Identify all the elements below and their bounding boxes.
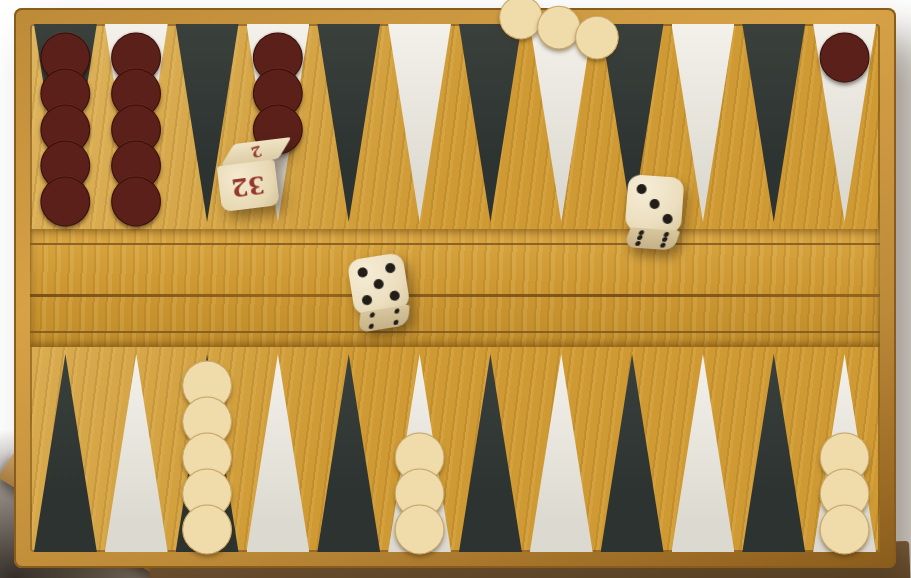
point-top-6[interactable] — [384, 24, 455, 229]
checker-stack — [384, 24, 455, 229]
checker-stack: ●●●●● — [30, 24, 101, 229]
checker-stack — [738, 24, 809, 229]
point-top-5[interactable] — [313, 24, 384, 229]
point-bottom-5[interactable] — [313, 347, 384, 552]
checker-stack: ● — [809, 24, 880, 229]
checker-stack — [668, 24, 739, 229]
doubling-cube[interactable]: 2 32 — [214, 138, 292, 212]
checker-stack: ●●● — [384, 347, 455, 552]
checker-stack — [455, 24, 526, 229]
checker-stack — [668, 347, 739, 552]
checker-stack — [313, 24, 384, 229]
checker-stack — [30, 347, 101, 552]
checker-stack — [313, 347, 384, 552]
point-bottom-2[interactable] — [101, 347, 172, 552]
point-top-7[interactable] — [455, 24, 526, 229]
point-top-1[interactable]: ●●●●● — [30, 24, 101, 229]
checker-stack — [455, 347, 526, 552]
point-top-12[interactable]: ● — [809, 24, 880, 229]
point-top-10[interactable] — [668, 24, 739, 229]
dark-checker[interactable]: ● — [110, 170, 162, 222]
hinge-bar — [30, 229, 880, 347]
cream-checker[interactable]: ● — [819, 498, 871, 550]
point-bottom-1[interactable] — [30, 347, 101, 552]
points-row-top: ●●●●●●●●●●●●●● — [30, 24, 880, 229]
point-bottom-3[interactable]: ●●●●● — [172, 347, 243, 552]
point-bottom-9[interactable] — [597, 347, 668, 552]
cream-checker[interactable]: ● — [574, 10, 620, 56]
checker-stack — [597, 347, 668, 552]
checker-stack: ●●● — [809, 347, 880, 552]
checker-stack: ●●●●● — [172, 347, 243, 552]
points-row-bottom: ●●●●●●●●●●● — [30, 347, 880, 552]
dark-checker[interactable]: ● — [819, 26, 871, 78]
checker-stack — [243, 347, 314, 552]
doubling-cube-front-value: 32 — [230, 169, 267, 202]
photo-backdrop: ●●●●●●●●●●●●●● ●●●●●●●●●●● 2 32 ●●● — [0, 0, 911, 578]
backgammon-board: ●●●●●●●●●●●●●● ●●●●●●●●●●● 2 32 ●●● — [14, 8, 896, 568]
point-top-11[interactable] — [738, 24, 809, 229]
point-bottom-10[interactable] — [668, 347, 739, 552]
point-top-2[interactable]: ●●●●● — [101, 24, 172, 229]
cream-checker[interactable]: ● — [394, 498, 446, 550]
point-bottom-4[interactable] — [243, 347, 314, 552]
point-bottom-6[interactable]: ●●● — [384, 347, 455, 552]
board-field: ●●●●●●●●●●●●●● ●●●●●●●●●●● 2 32 ●●● — [30, 24, 880, 552]
doubling-cube-top-value: 2 — [249, 141, 264, 161]
point-bottom-11[interactable] — [738, 347, 809, 552]
offboard-checkers-tray: ●●● — [498, 0, 612, 36]
cream-checker[interactable]: ● — [181, 498, 233, 550]
checker-stack — [101, 347, 172, 552]
checker-stack — [526, 347, 597, 552]
checker-stack — [738, 347, 809, 552]
doubling-cube-front-face: 32 — [217, 159, 280, 212]
point-bottom-8[interactable] — [526, 347, 597, 552]
hinge-seam — [30, 294, 880, 297]
checker-stack: ●●●●● — [101, 24, 172, 229]
point-bottom-7[interactable] — [455, 347, 526, 552]
dark-checker[interactable]: ● — [39, 170, 91, 222]
point-bottom-12[interactable]: ●●● — [809, 347, 880, 552]
